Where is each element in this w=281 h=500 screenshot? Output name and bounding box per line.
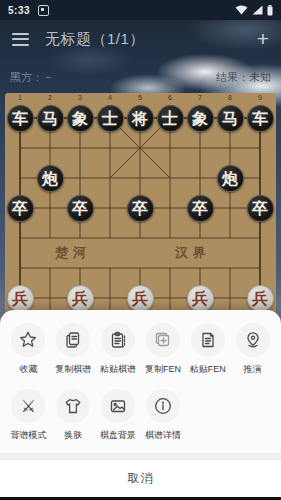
menu-label: 推演 xyxy=(244,363,262,376)
menu-item-copy-fen[interactable]: 复制FEN xyxy=(140,323,185,376)
menu-item-record-details[interactable]: 棋谱详情 xyxy=(140,389,185,442)
clipboard-icon xyxy=(101,323,135,357)
menu-label: 复制棋谱 xyxy=(55,363,91,376)
menu-item-analyze[interactable]: 推演 xyxy=(230,323,275,376)
piece-red-兵[interactable]: 兵 xyxy=(67,285,94,312)
piece-black-卒[interactable]: 卒 xyxy=(67,195,94,222)
piece-black-卒[interactable]: 卒 xyxy=(127,195,154,222)
piece-black-象[interactable]: 象 xyxy=(67,105,94,132)
game-info-bar: 黑方：－ 结果：未知 xyxy=(0,68,281,86)
app-bar: 无标题（1/1） + xyxy=(0,20,281,58)
menu-label: 收藏 xyxy=(19,363,37,376)
bottom-sheet: 收藏 复制棋谱 粘贴棋谱 复制FEN xyxy=(0,310,281,500)
piece-black-士[interactable]: 士 xyxy=(97,105,124,132)
piece-black-卒[interactable]: 卒 xyxy=(7,195,34,222)
tshirt-icon xyxy=(56,389,90,423)
piece-black-将[interactable]: 将 xyxy=(127,105,154,132)
copy-plus-icon xyxy=(146,323,180,357)
menu-item-board-background[interactable]: 棋盘背景 xyxy=(96,389,141,442)
image-icon xyxy=(101,389,135,423)
battery-icon xyxy=(267,5,273,16)
result-label: 结果：未知 xyxy=(216,70,271,85)
menu-row-2: ⚔ 背谱模式 换肤 棋盘背景 棋谱详情 xyxy=(0,376,281,442)
piece-black-马[interactable]: 马 xyxy=(217,105,244,132)
column-label: 1 xyxy=(13,94,27,101)
piece-black-士[interactable]: 士 xyxy=(157,105,184,132)
piece-black-车[interactable]: 车 xyxy=(7,105,34,132)
menu-item-recite-mode[interactable]: ⚔ 背谱模式 xyxy=(6,389,51,442)
page-title: 无标题（1/1） xyxy=(45,30,145,49)
piece-red-兵[interactable]: 兵 xyxy=(187,285,214,312)
column-label: 6 xyxy=(163,94,177,101)
menu-item-favorite[interactable]: 收藏 xyxy=(6,323,51,376)
column-label: 7 xyxy=(193,94,207,101)
column-label: 3 xyxy=(73,94,87,101)
menu-row-1: 收藏 复制棋谱 粘贴棋谱 复制FEN xyxy=(0,310,281,376)
column-label: 5 xyxy=(133,94,147,101)
menu-label: 背谱模式 xyxy=(10,429,46,442)
notification-app-icon xyxy=(38,5,49,16)
app-screen: 5:33 无标题（1/1） + 黑方：－ 结果：未知 xyxy=(0,0,281,500)
menu-item-paste-record[interactable]: 粘贴棋谱 xyxy=(96,323,141,376)
cancel-button[interactable]: 取消 xyxy=(0,459,281,497)
menu-label: 换肤 xyxy=(64,429,82,442)
river-label-left: 楚河 xyxy=(55,242,91,264)
piece-black-马[interactable]: 马 xyxy=(37,105,64,132)
add-icon[interactable]: + xyxy=(257,29,269,49)
menu-item-change-skin[interactable]: 换肤 xyxy=(51,389,96,442)
menu-hamburger-icon[interactable] xyxy=(12,33,29,46)
piece-red-兵[interactable]: 兵 xyxy=(247,285,274,312)
menu-item-paste-fen[interactable]: 粘贴FEN xyxy=(185,323,230,376)
piece-red-兵[interactable]: 兵 xyxy=(7,285,34,312)
menu-label: 复制FEN xyxy=(145,363,181,376)
menu-item-copy-record[interactable]: 复制棋谱 xyxy=(51,323,96,376)
menu-label: 棋谱详情 xyxy=(145,429,181,442)
black-player-label: 黑方：－ xyxy=(10,70,54,85)
column-label: 9 xyxy=(253,94,267,101)
column-label: 4 xyxy=(103,94,117,101)
signal-icon xyxy=(252,5,263,15)
copy-icon xyxy=(56,323,90,357)
map-pin-icon xyxy=(236,323,270,357)
piece-red-兵[interactable]: 兵 xyxy=(127,285,154,312)
piece-black-炮[interactable]: 炮 xyxy=(217,165,244,192)
piece-black-象[interactable]: 象 xyxy=(187,105,214,132)
piece-black-车[interactable]: 车 xyxy=(247,105,274,132)
clock: 5:33 xyxy=(8,5,30,16)
menu-label: 棋盘背景 xyxy=(100,429,136,442)
star-icon xyxy=(11,323,45,357)
piece-black-卒[interactable]: 卒 xyxy=(187,195,214,222)
info-icon xyxy=(146,389,180,423)
document-icon xyxy=(191,323,225,357)
column-label: 2 xyxy=(43,94,57,101)
status-bar: 5:33 xyxy=(0,0,281,20)
river-label-right: 汉界 xyxy=(175,242,211,264)
menu-label: 粘贴FEN xyxy=(190,363,226,376)
menu-label: 粘贴棋谱 xyxy=(100,363,136,376)
crossed-swords-icon: ⚔ xyxy=(11,389,45,423)
column-label: 8 xyxy=(223,94,237,101)
wifi-icon xyxy=(235,5,248,15)
piece-black-卒[interactable]: 卒 xyxy=(247,195,274,222)
piece-black-炮[interactable]: 炮 xyxy=(37,165,64,192)
